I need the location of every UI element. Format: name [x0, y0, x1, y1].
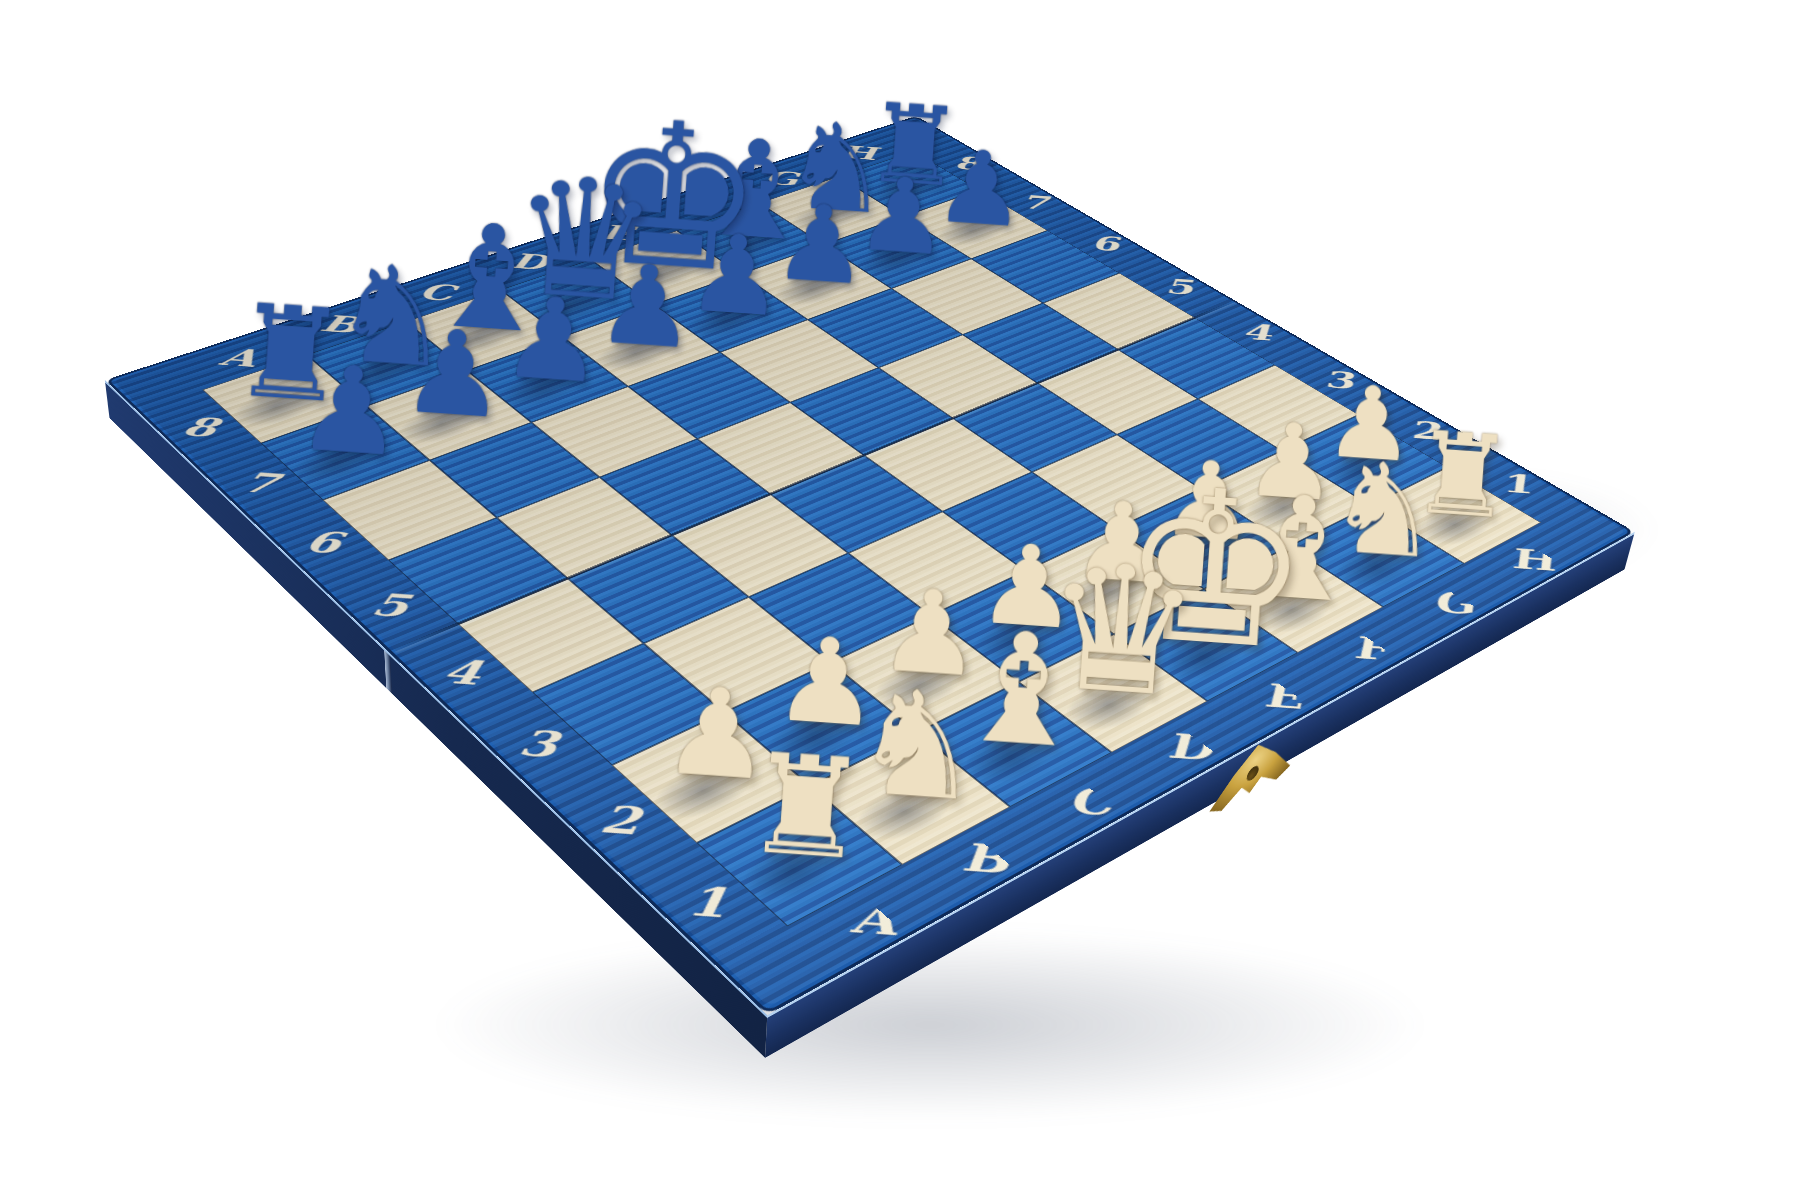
hinge-seam-mark	[384, 650, 392, 694]
scene-rotation-wrapper: ABCDEFGH8877665544332211ABCDEFGH♜♞♝♛♚♝♞♜…	[0, 0, 1807, 1200]
chess-board: ABCDEFGH8877665544332211ABCDEFGH♜♞♝♛♚♝♞♜…	[105, 116, 1635, 1015]
file-label-d-top: D	[507, 249, 550, 275]
rank-label-2-left: 2	[596, 797, 643, 844]
rank-label-8-left: 8	[177, 411, 223, 443]
rank-label-5-right: 5	[1163, 274, 1194, 300]
file-label-f-bottom: F	[1348, 629, 1391, 668]
file-label-h-top: H	[839, 141, 877, 164]
rank-label-8-right: 8	[954, 152, 981, 174]
clasp-pin	[1246, 764, 1260, 784]
rank-label-4-right: 4	[1239, 318, 1273, 345]
file-label-e-bottom: E	[1259, 676, 1304, 717]
rank-label-7-left: 7	[236, 466, 282, 500]
file-label-f-top: F	[685, 193, 717, 217]
file-label-a-bottom: A	[849, 894, 896, 945]
file-label-g-top: G	[763, 167, 799, 191]
rank-label-1-left: 1	[684, 877, 730, 927]
rank-label-3-right: 3	[1320, 365, 1356, 394]
rank-label-6-right: 6	[1090, 231, 1120, 256]
file-label-b-bottom: B	[961, 834, 1009, 883]
file-label-e-top: E	[598, 220, 634, 245]
file-label-d-bottom: D	[1164, 726, 1214, 770]
file-label-c-bottom: C	[1067, 778, 1113, 824]
product-photo-scene: ABCDEFGH8877665544332211ABCDEFGH♜♞♝♛♚♝♞♜…	[0, 0, 1807, 1200]
file-label-h-bottom: H	[1504, 542, 1559, 578]
rank-label-3-left: 3	[515, 722, 562, 766]
board-surface: ABCDEFGH8877665544332211ABCDEFGH♜♞♝♛♚♝♞♜…	[105, 116, 1635, 1015]
rank-label-5-left: 5	[367, 586, 414, 624]
file-label-g-bottom: G	[1427, 584, 1477, 621]
rank-label-6-left: 6	[300, 524, 346, 560]
rank-label-4-left: 4	[438, 652, 485, 693]
rank-label-7-right: 7	[1020, 191, 1048, 215]
